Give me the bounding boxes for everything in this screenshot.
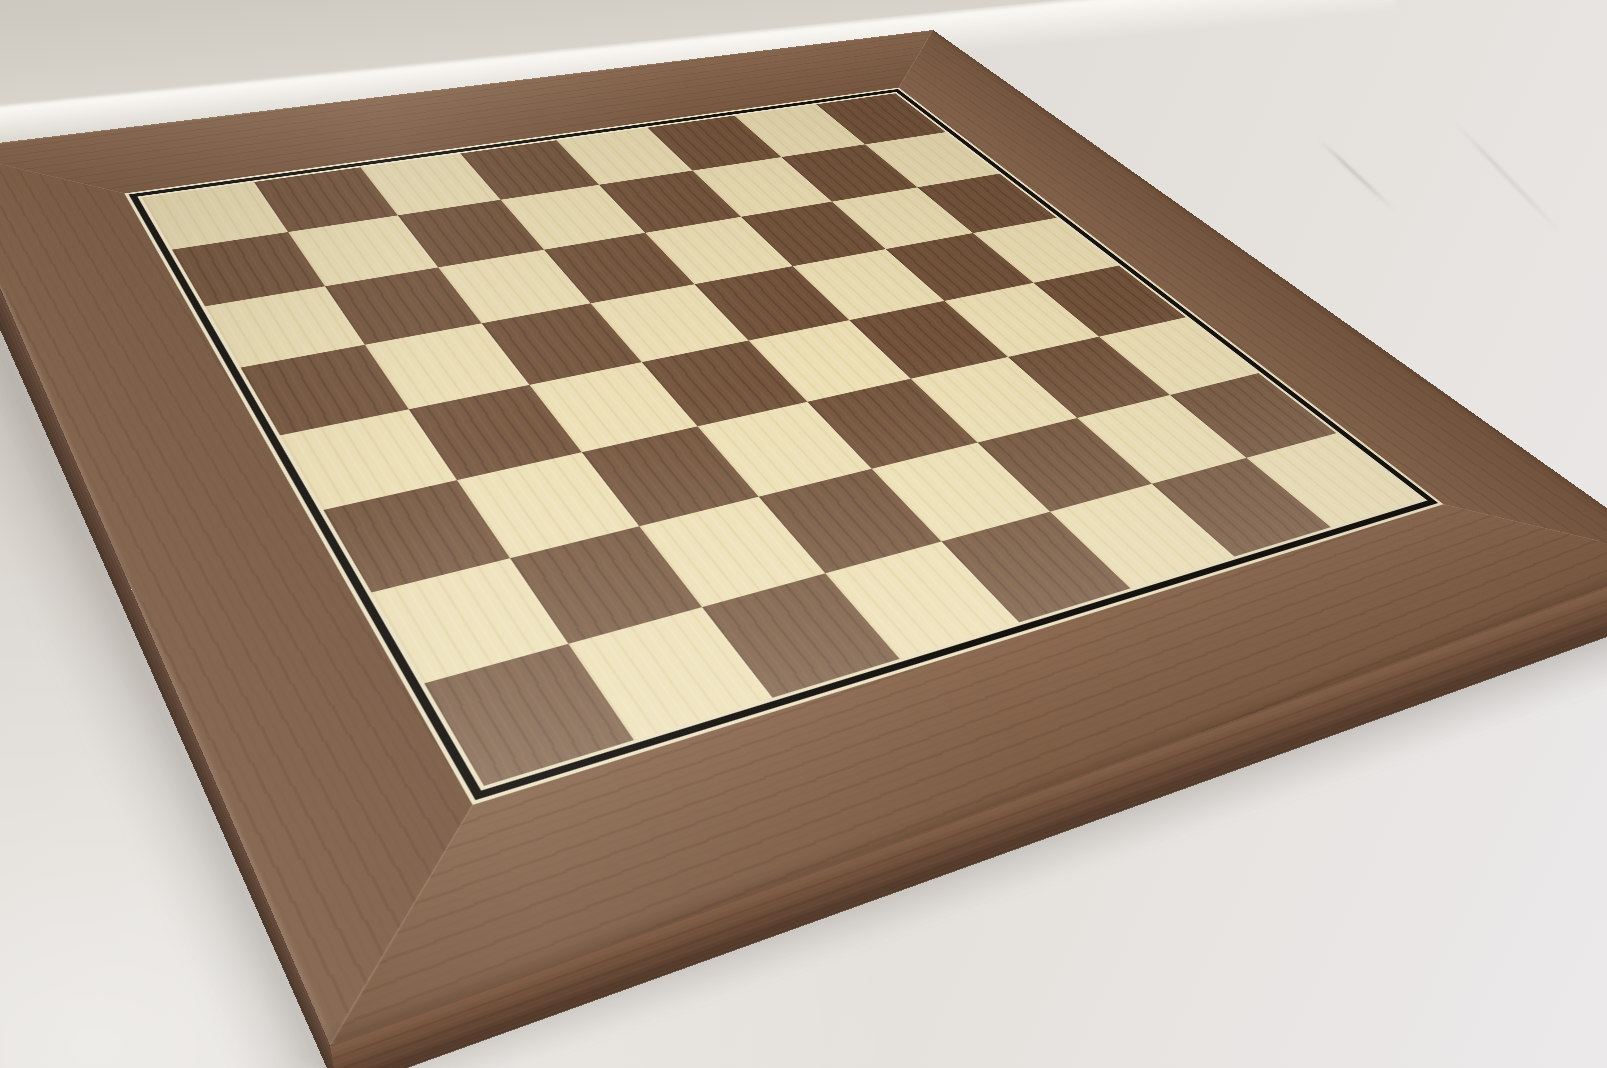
cloth-crease bbox=[1452, 120, 1564, 236]
cloth-crease bbox=[1317, 138, 1397, 212]
photo-scene bbox=[0, 0, 1607, 1068]
